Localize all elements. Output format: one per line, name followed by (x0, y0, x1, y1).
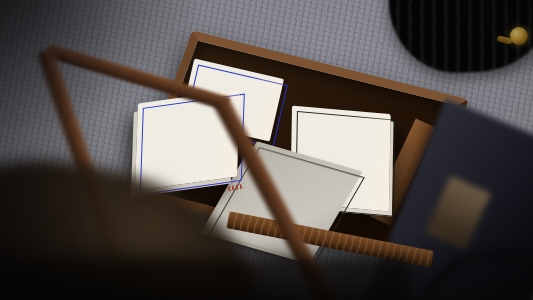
foreground-shadow-bottom (0, 258, 410, 300)
product-photo-scene (0, 0, 533, 300)
brass-knob (510, 27, 528, 45)
